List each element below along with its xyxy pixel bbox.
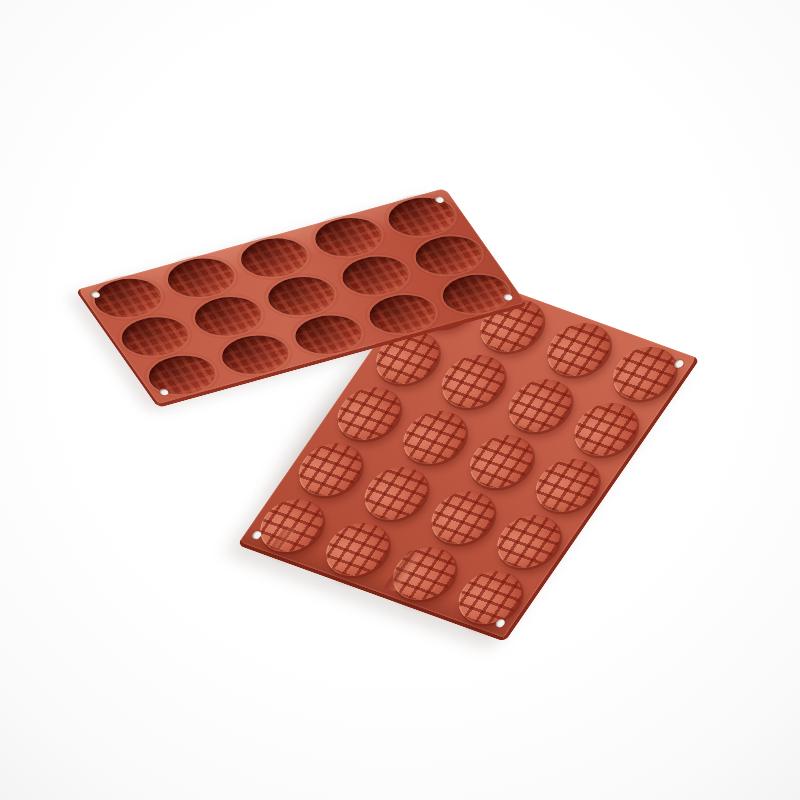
product-photo xyxy=(0,0,800,800)
